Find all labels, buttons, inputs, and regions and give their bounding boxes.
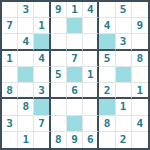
cell-r8c1-given[interactable]: 3 [2,116,18,132]
cell-r3c4-empty[interactable] [51,34,67,50]
cell-r1c5-given[interactable]: 1 [67,2,83,18]
cell-r5c6-given[interactable]: 1 [83,67,99,83]
cell-r5c1-empty[interactable] [2,67,18,83]
cell-r5c4-given[interactable]: 5 [51,67,67,83]
cell-r8c9-given[interactable]: 4 [132,116,148,132]
sudoku-board: 3914571494314758518362181378418962 [0,0,150,150]
cell-r2c7-given[interactable]: 4 [99,18,115,34]
cell-r4c7-given[interactable]: 5 [99,51,115,67]
cell-r8c5-highlighted[interactable] [67,116,83,132]
cell-r3c1-empty[interactable] [2,34,18,50]
cell-r3c8-given[interactable]: 3 [116,34,132,50]
cell-r8c7-given[interactable]: 8 [99,116,115,132]
cell-r7c4-empty[interactable] [51,99,67,115]
cell-r3c5-empty[interactable] [67,34,83,50]
cell-r4c3-given[interactable]: 4 [34,51,50,67]
cell-r1c6-given[interactable]: 4 [83,2,99,18]
cell-r9c7-empty[interactable] [99,132,115,148]
cell-r6c4-empty[interactable] [51,83,67,99]
cell-r7c8-given[interactable]: 1 [116,99,132,115]
cell-r6c7-given[interactable]: 2 [99,83,115,99]
cell-r7c1-empty[interactable] [2,99,18,115]
cell-r8c8-empty[interactable] [116,116,132,132]
cell-r9c9-empty[interactable] [132,132,148,148]
cell-r6c5-given[interactable]: 6 [67,83,83,99]
cell-r7c5-empty[interactable] [67,99,83,115]
cell-r6c3-given[interactable]: 3 [34,83,50,99]
cell-r1c1-empty[interactable] [2,2,18,18]
cell-r5c3-empty[interactable] [34,67,50,83]
cell-r2c8-empty[interactable] [116,18,132,34]
cell-r9c8-given[interactable]: 2 [116,132,132,148]
cell-r1c2-given[interactable]: 3 [18,2,34,18]
cell-r4c2-empty[interactable] [18,51,34,67]
cell-r2c9-given[interactable]: 9 [132,18,148,34]
cell-r7c6-empty[interactable] [83,99,99,115]
cell-r8c3-given[interactable]: 7 [34,116,50,132]
cell-r5c5-highlighted[interactable] [67,67,83,83]
cell-r1c8-given[interactable]: 5 [116,2,132,18]
cell-r1c3-empty[interactable] [34,2,50,18]
cell-r4c6-empty[interactable] [83,51,99,67]
cell-r3c3-highlighted[interactable] [34,34,50,50]
cell-r5c8-highlighted[interactable] [116,67,132,83]
cell-r4c5-given[interactable]: 7 [67,51,83,67]
cell-r5c9-empty[interactable] [132,67,148,83]
cell-r6c1-given[interactable]: 8 [2,83,18,99]
cell-r1c9-empty[interactable] [132,2,148,18]
cell-r5c2-highlighted[interactable] [18,67,34,83]
cell-r9c2-given[interactable]: 1 [18,132,34,148]
cell-r3c9-empty[interactable] [132,34,148,50]
cell-r6c8-empty[interactable] [116,83,132,99]
cell-r2c3-given[interactable]: 1 [34,18,50,34]
cell-r6c2-empty[interactable] [18,83,34,99]
cell-r3c6-empty[interactable] [83,34,99,50]
cell-r4c8-empty[interactable] [116,51,132,67]
cell-r4c9-given[interactable]: 8 [132,51,148,67]
cell-r4c1-given[interactable]: 1 [2,51,18,67]
cell-r8c4-empty[interactable] [51,116,67,132]
cell-r1c4-given[interactable]: 9 [51,2,67,18]
cell-r9c1-empty[interactable] [2,132,18,148]
cell-r2c1-given[interactable]: 7 [2,18,18,34]
cell-r7c3-highlighted[interactable] [34,99,50,115]
cell-r3c2-given[interactable]: 4 [18,34,34,50]
cell-r2c2-empty[interactable] [18,18,34,34]
cell-r7c9-empty[interactable] [132,99,148,115]
cell-r8c2-empty[interactable] [18,116,34,132]
cell-r4c4-empty[interactable] [51,51,67,67]
cell-r2c6-empty[interactable] [83,18,99,34]
cell-r6c9-given[interactable]: 1 [132,83,148,99]
cell-r9c3-empty[interactable] [34,132,50,148]
cell-r7c2-given[interactable]: 8 [18,99,34,115]
cell-r9c5-given[interactable]: 9 [67,132,83,148]
cell-r9c6-given[interactable]: 6 [83,132,99,148]
cell-r2c4-empty[interactable] [51,18,67,34]
cell-r3c7-highlighted[interactable] [99,34,115,50]
cell-r6c6-empty[interactable] [83,83,99,99]
cell-r2c5-highlighted[interactable] [67,18,83,34]
cell-r8c6-empty[interactable] [83,116,99,132]
cell-r5c7-empty[interactable] [99,67,115,83]
cell-r1c7-empty[interactable] [99,2,115,18]
cell-r7c7-highlighted[interactable] [99,99,115,115]
cell-r9c4-given[interactable]: 8 [51,132,67,148]
